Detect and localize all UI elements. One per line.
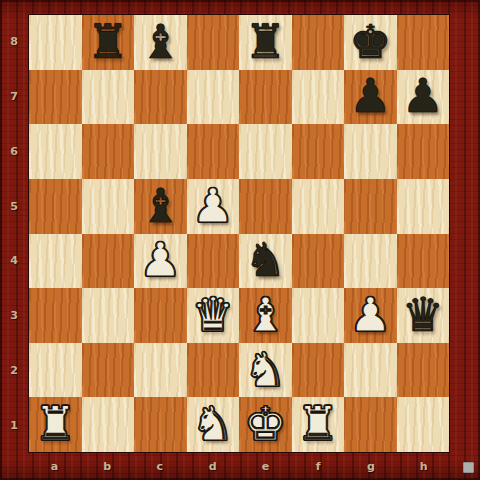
square-h4[interactable] (397, 234, 450, 289)
square-f6[interactable] (292, 124, 345, 179)
piece-white-king[interactable]: ♚ (244, 400, 286, 447)
square-g2[interactable] (344, 343, 397, 398)
square-d3[interactable]: ♛ (187, 288, 240, 343)
square-e8[interactable]: ♜ (239, 15, 292, 70)
piece-white-rook[interactable]: ♜ (34, 400, 76, 447)
square-g6[interactable] (344, 124, 397, 179)
square-h5[interactable] (397, 179, 450, 234)
rank-label-5: 5 (0, 179, 28, 234)
file-label-h: h (397, 453, 450, 480)
square-g5[interactable] (344, 179, 397, 234)
square-e1[interactable]: ♚ (239, 397, 292, 452)
square-e2[interactable]: ♞ (239, 343, 292, 398)
rank-label-6: 6 (0, 124, 28, 179)
piece-white-knight[interactable]: ♞ (244, 346, 286, 393)
piece-black-queen[interactable]: ♛ (402, 291, 444, 338)
square-f1[interactable]: ♜ (292, 397, 345, 452)
square-b7[interactable] (82, 70, 135, 125)
square-d6[interactable] (187, 124, 240, 179)
square-d5[interactable]: ♟ (187, 179, 240, 234)
rank-label-8: 8 (0, 14, 28, 69)
rank-labels: 87654321 (0, 14, 28, 453)
square-h3[interactable]: ♛ (397, 288, 450, 343)
square-c5[interactable]: ♝ (134, 179, 187, 234)
square-f5[interactable] (292, 179, 345, 234)
square-g8[interactable]: ♚ (344, 15, 397, 70)
file-label-f: f (292, 453, 345, 480)
square-c1[interactable] (134, 397, 187, 452)
square-b1[interactable] (82, 397, 135, 452)
square-f7[interactable] (292, 70, 345, 125)
square-d1[interactable]: ♞ (187, 397, 240, 452)
square-h2[interactable] (397, 343, 450, 398)
file-label-b: b (81, 453, 134, 480)
piece-black-rook[interactable]: ♜ (87, 18, 129, 65)
square-c4[interactable]: ♟ (134, 234, 187, 289)
square-e6[interactable] (239, 124, 292, 179)
square-c7[interactable] (134, 70, 187, 125)
square-h7[interactable]: ♟ (397, 70, 450, 125)
square-c2[interactable] (134, 343, 187, 398)
square-f4[interactable] (292, 234, 345, 289)
chess-board: ♜♝♜♚♟♟♝♟♟♞♛♝♟♛♞♜♞♚♜ (28, 14, 450, 453)
rank-label-1: 1 (0, 398, 28, 453)
piece-black-rook[interactable]: ♜ (244, 18, 286, 65)
file-label-g: g (345, 453, 398, 480)
square-g3[interactable]: ♟ (344, 288, 397, 343)
piece-black-king[interactable]: ♚ (349, 18, 391, 65)
square-a3[interactable] (29, 288, 82, 343)
file-label-a: a (28, 453, 81, 480)
square-a6[interactable] (29, 124, 82, 179)
rank-label-4: 4 (0, 234, 28, 289)
square-b5[interactable] (82, 179, 135, 234)
square-g4[interactable] (344, 234, 397, 289)
piece-white-rook[interactable]: ♜ (297, 400, 339, 447)
file-label-e: e (239, 453, 292, 480)
square-c6[interactable] (134, 124, 187, 179)
resize-handle-dot (463, 462, 474, 473)
square-d4[interactable] (187, 234, 240, 289)
square-f3[interactable] (292, 288, 345, 343)
square-b2[interactable] (82, 343, 135, 398)
piece-black-pawn[interactable]: ♟ (349, 72, 391, 119)
square-g7[interactable]: ♟ (344, 70, 397, 125)
piece-white-pawn[interactable]: ♟ (139, 236, 181, 283)
file-labels: abcdefgh (28, 453, 450, 480)
square-e3[interactable]: ♝ (239, 288, 292, 343)
rank-label-3: 3 (0, 288, 28, 343)
piece-white-knight[interactable]: ♞ (192, 400, 234, 447)
square-c8[interactable]: ♝ (134, 15, 187, 70)
piece-white-queen[interactable]: ♛ (192, 291, 234, 338)
piece-white-pawn[interactable]: ♟ (349, 291, 391, 338)
square-e7[interactable] (239, 70, 292, 125)
square-d7[interactable] (187, 70, 240, 125)
piece-black-bishop[interactable]: ♝ (139, 182, 181, 229)
square-f8[interactable] (292, 15, 345, 70)
square-a1[interactable]: ♜ (29, 397, 82, 452)
square-h8[interactable] (397, 15, 450, 70)
square-a2[interactable] (29, 343, 82, 398)
square-a5[interactable] (29, 179, 82, 234)
square-g1[interactable] (344, 397, 397, 452)
piece-black-pawn[interactable]: ♟ (402, 72, 444, 119)
square-b4[interactable] (82, 234, 135, 289)
square-f2[interactable] (292, 343, 345, 398)
square-h1[interactable] (397, 397, 450, 452)
square-b3[interactable] (82, 288, 135, 343)
board-frame: 87654321 abcdefgh ♜♝♜♚♟♟♝♟♟♞♛♝♟♛♞♜♞♚♜ (0, 0, 480, 480)
piece-black-bishop[interactable]: ♝ (139, 18, 181, 65)
square-a7[interactable] (29, 70, 82, 125)
square-d8[interactable] (187, 15, 240, 70)
square-b6[interactable] (82, 124, 135, 179)
square-d2[interactable] (187, 343, 240, 398)
square-c3[interactable] (134, 288, 187, 343)
square-e4[interactable]: ♞ (239, 234, 292, 289)
square-a8[interactable] (29, 15, 82, 70)
file-label-c: c (134, 453, 187, 480)
piece-black-knight[interactable]: ♞ (244, 236, 286, 283)
piece-white-pawn[interactable]: ♟ (192, 182, 234, 229)
square-b8[interactable]: ♜ (82, 15, 135, 70)
rank-label-7: 7 (0, 69, 28, 124)
rank-label-2: 2 (0, 343, 28, 398)
square-a4[interactable] (29, 234, 82, 289)
square-h6[interactable] (397, 124, 450, 179)
square-e5[interactable] (239, 179, 292, 234)
file-label-d: d (186, 453, 239, 480)
piece-white-bishop[interactable]: ♝ (244, 291, 286, 338)
